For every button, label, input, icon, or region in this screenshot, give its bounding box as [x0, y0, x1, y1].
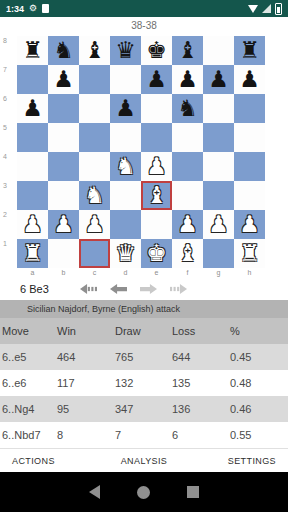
- square-a8[interactable]: ♜: [17, 36, 48, 65]
- material-score: 38-38: [131, 20, 157, 31]
- analysis-button[interactable]: ANALYSIS: [121, 456, 168, 466]
- cell-move: 6..e6: [2, 377, 57, 389]
- square-g3[interactable]: [203, 181, 234, 210]
- square-b5[interactable]: [48, 123, 79, 152]
- cell-loss: 136: [172, 403, 230, 415]
- square-h1[interactable]: ♜: [234, 239, 265, 268]
- file-label-d: d: [110, 268, 141, 278]
- piece-black-king: ♚: [146, 39, 167, 62]
- piece-white-rook: ♜: [239, 242, 260, 265]
- piece-white-knight: ♞: [84, 184, 105, 207]
- square-h3[interactable]: [234, 181, 265, 210]
- square-a4[interactable]: [17, 152, 48, 181]
- cell-move: 6..e5: [2, 351, 57, 363]
- square-f2[interactable]: ♟: [172, 210, 203, 239]
- cell-loss: 644: [172, 351, 230, 363]
- piece-white-pawn: ♟: [53, 213, 74, 236]
- square-b2[interactable]: ♟: [48, 210, 79, 239]
- piece-white-bishop: ♝: [146, 184, 167, 207]
- square-c2[interactable]: ♟: [79, 210, 110, 239]
- square-b8[interactable]: ♞: [48, 36, 79, 65]
- rank-label-2: 2: [3, 211, 7, 218]
- prev-move-button[interactable]: [110, 284, 127, 294]
- material-bar: 38-38: [0, 17, 288, 33]
- first-move-button[interactable]: [80, 284, 97, 294]
- cell-draw: 132: [115, 377, 172, 389]
- cell-pct: 0.48: [230, 377, 288, 389]
- square-b7[interactable]: ♟: [48, 65, 79, 94]
- square-e2[interactable]: [141, 210, 172, 239]
- move-nav-arrows: [80, 284, 187, 294]
- storage-icon: [42, 4, 49, 13]
- rank-label-3: 3: [3, 182, 7, 189]
- col-draw: Draw: [115, 325, 172, 337]
- chess-board[interactable]: ♜♞♝♛♚♝♜♟♟♟♟♟♟♟♞♞♟♞♝♟♟♟♟♟♟♜♛♚♝♜: [17, 36, 265, 268]
- square-d5[interactable]: [110, 123, 141, 152]
- piece-white-pawn: ♟: [177, 213, 198, 236]
- rank-label-8: 8: [3, 37, 7, 44]
- piece-black-rook: ♜: [239, 39, 260, 62]
- stats-row-nbd7[interactable]: 6..Nbd7 8 7 6 0.55: [0, 422, 288, 448]
- cell-pct: 0.46: [230, 403, 288, 415]
- square-c4[interactable]: [79, 152, 110, 181]
- square-h6[interactable]: [234, 94, 265, 123]
- rank-label-6: 6: [3, 95, 7, 102]
- rank-label-1: 1: [3, 240, 7, 247]
- square-d1[interactable]: ♛: [110, 239, 141, 268]
- square-c3[interactable]: ♞: [79, 181, 110, 210]
- cell-pct: 0.45: [230, 351, 288, 363]
- piece-black-pawn: ♟: [208, 68, 229, 91]
- square-g6[interactable]: [203, 94, 234, 123]
- square-e4[interactable]: ♟: [141, 152, 172, 181]
- square-c7[interactable]: [79, 65, 110, 94]
- square-d6[interactable]: ♟: [110, 94, 141, 123]
- piece-black-pawn: ♟: [115, 97, 136, 120]
- square-g1[interactable]: [203, 239, 234, 268]
- piece-black-rook: ♜: [22, 39, 43, 62]
- cell-win: 117: [57, 377, 115, 389]
- home-icon[interactable]: [137, 486, 150, 499]
- file-label-a: a: [17, 268, 48, 278]
- cell-win: 464: [57, 351, 115, 363]
- rank-label-4: 4: [3, 153, 7, 160]
- square-a2[interactable]: ♟: [17, 210, 48, 239]
- rank-label-7: 7: [3, 66, 7, 73]
- square-f6[interactable]: ♞: [172, 94, 203, 123]
- square-e3[interactable]: ♝: [141, 181, 172, 210]
- file-label-g: g: [203, 268, 234, 278]
- square-a3[interactable]: [17, 181, 48, 210]
- cell-move: 6..Nbd7: [2, 429, 57, 441]
- square-h5[interactable]: [234, 123, 265, 152]
- piece-black-pawn: ♟: [177, 68, 198, 91]
- piece-white-king: ♚: [146, 242, 167, 265]
- cell-win: 95: [57, 403, 115, 415]
- cell-win: 8: [57, 429, 115, 441]
- square-c6[interactable]: [79, 94, 110, 123]
- square-f1[interactable]: ♝: [172, 239, 203, 268]
- piece-white-pawn: ♟: [146, 155, 167, 178]
- square-h7[interactable]: ♟: [234, 65, 265, 94]
- square-g4[interactable]: [203, 152, 234, 181]
- square-f4[interactable]: [172, 152, 203, 181]
- square-b1[interactable]: [48, 239, 79, 268]
- cell-pct: 0.55: [230, 429, 288, 441]
- square-a5[interactable]: [17, 123, 48, 152]
- gear-icon: ⚙: [29, 4, 37, 13]
- square-f5[interactable]: [172, 123, 203, 152]
- piece-black-bishop: ♝: [177, 39, 198, 62]
- square-h2[interactable]: ♟: [234, 210, 265, 239]
- piece-white-knight: ♞: [115, 155, 136, 178]
- piece-black-bishop: ♝: [84, 39, 105, 62]
- opening-bar: Sicilian Najdorf, Byrne (English) attack: [0, 300, 288, 318]
- square-d8[interactable]: ♛: [110, 36, 141, 65]
- square-c8[interactable]: ♝: [79, 36, 110, 65]
- actions-button[interactable]: ACTIONS: [0, 456, 55, 466]
- cell-draw: 765: [115, 351, 172, 363]
- bottom-bar: ACTIONS ANALYSIS SETTINGS: [0, 448, 288, 472]
- wifi-icon: [248, 5, 258, 13]
- square-b4[interactable]: [48, 152, 79, 181]
- current-move-label: 6 Be3: [20, 283, 66, 295]
- piece-black-pawn: ♟: [146, 68, 167, 91]
- file-label-c: c: [79, 268, 110, 278]
- square-g5[interactable]: [203, 123, 234, 152]
- next-move-button[interactable]: [140, 284, 157, 294]
- cell-loss: 135: [172, 377, 230, 389]
- piece-black-knight: ♞: [177, 97, 198, 120]
- square-e1[interactable]: ♚: [141, 239, 172, 268]
- square-d7[interactable]: [110, 65, 141, 94]
- stats-row-e5[interactable]: 6..e5 464 765 644 0.45: [0, 344, 288, 370]
- file-label-b: b: [48, 268, 79, 278]
- last-move-button[interactable]: [170, 284, 187, 294]
- square-g2[interactable]: ♟: [203, 210, 234, 239]
- square-b6[interactable]: [48, 94, 79, 123]
- square-d4[interactable]: ♞: [110, 152, 141, 181]
- square-f3[interactable]: [172, 181, 203, 210]
- square-h8[interactable]: ♜: [234, 36, 265, 65]
- piece-black-pawn: ♟: [239, 68, 260, 91]
- square-b3[interactable]: [48, 181, 79, 210]
- piece-white-pawn: ♟: [208, 213, 229, 236]
- square-g7[interactable]: ♟: [203, 65, 234, 94]
- square-c1[interactable]: [79, 239, 110, 268]
- square-g8[interactable]: [203, 36, 234, 65]
- col-loss: Loss: [172, 325, 230, 337]
- square-e8[interactable]: ♚: [141, 36, 172, 65]
- col-move: Move: [2, 325, 57, 337]
- clock: 1:34: [6, 4, 24, 14]
- square-e5[interactable]: [141, 123, 172, 152]
- signal-icon: [262, 4, 271, 13]
- cell-draw: 7: [115, 429, 172, 441]
- square-a6[interactable]: ♟: [17, 94, 48, 123]
- cell-loss: 6: [172, 429, 230, 441]
- battery-icon: [275, 3, 282, 15]
- android-nav-bar: [0, 472, 288, 512]
- stats-row-ng4[interactable]: 6..Ng4 95 347 136 0.46: [0, 396, 288, 422]
- board-section: 87654321 ♜♞♝♛♚♝♜♟♟♟♟♟♟♟♞♞♟♞♝♟♟♟♟♟♟♜♛♚♝♜ …: [0, 33, 288, 278]
- square-d3[interactable]: [110, 181, 141, 210]
- settings-button[interactable]: SETTINGS: [228, 456, 288, 466]
- status-bar: 1:34 ⚙: [0, 0, 288, 17]
- piece-white-rook: ♜: [22, 242, 43, 265]
- piece-white-bishop: ♝: [177, 242, 198, 265]
- move-bar: 6 Be3: [0, 278, 288, 300]
- file-label-e: e: [141, 268, 172, 278]
- square-d2[interactable]: [110, 210, 141, 239]
- file-labels: abcdefgh: [17, 268, 265, 278]
- opening-name: Sicilian Najdorf, Byrne (English) attack: [27, 304, 180, 314]
- back-icon[interactable]: [89, 485, 100, 499]
- stats-header-row: Move Win Draw Loss %: [0, 318, 288, 344]
- cell-draw: 347: [115, 403, 172, 415]
- square-f7[interactable]: ♟: [172, 65, 203, 94]
- piece-black-pawn: ♟: [53, 68, 74, 91]
- piece-white-pawn: ♟: [84, 213, 105, 236]
- piece-white-pawn: ♟: [22, 213, 43, 236]
- piece-black-knight: ♞: [53, 39, 74, 62]
- cell-move: 6..Ng4: [2, 403, 57, 415]
- square-c5[interactable]: [79, 123, 110, 152]
- stats-row-e6[interactable]: 6..e6 117 132 135 0.48: [0, 370, 288, 396]
- square-f8[interactable]: ♝: [172, 36, 203, 65]
- file-label-f: f: [172, 268, 203, 278]
- square-e6[interactable]: [141, 94, 172, 123]
- piece-white-queen: ♛: [115, 242, 136, 265]
- recents-icon[interactable]: [187, 486, 199, 498]
- col-pct: %: [230, 325, 288, 337]
- square-a1[interactable]: ♜: [17, 239, 48, 268]
- file-label-h: h: [234, 268, 265, 278]
- piece-black-pawn: ♟: [22, 97, 43, 120]
- square-a7[interactable]: [17, 65, 48, 94]
- rank-label-5: 5: [3, 124, 7, 131]
- piece-white-pawn: ♟: [239, 213, 260, 236]
- piece-black-queen: ♛: [115, 39, 136, 62]
- col-win: Win: [57, 325, 115, 337]
- square-e7[interactable]: ♟: [141, 65, 172, 94]
- square-h4[interactable]: [234, 152, 265, 181]
- stats-table: Move Win Draw Loss % 6..e5 464 765 644 0…: [0, 318, 288, 448]
